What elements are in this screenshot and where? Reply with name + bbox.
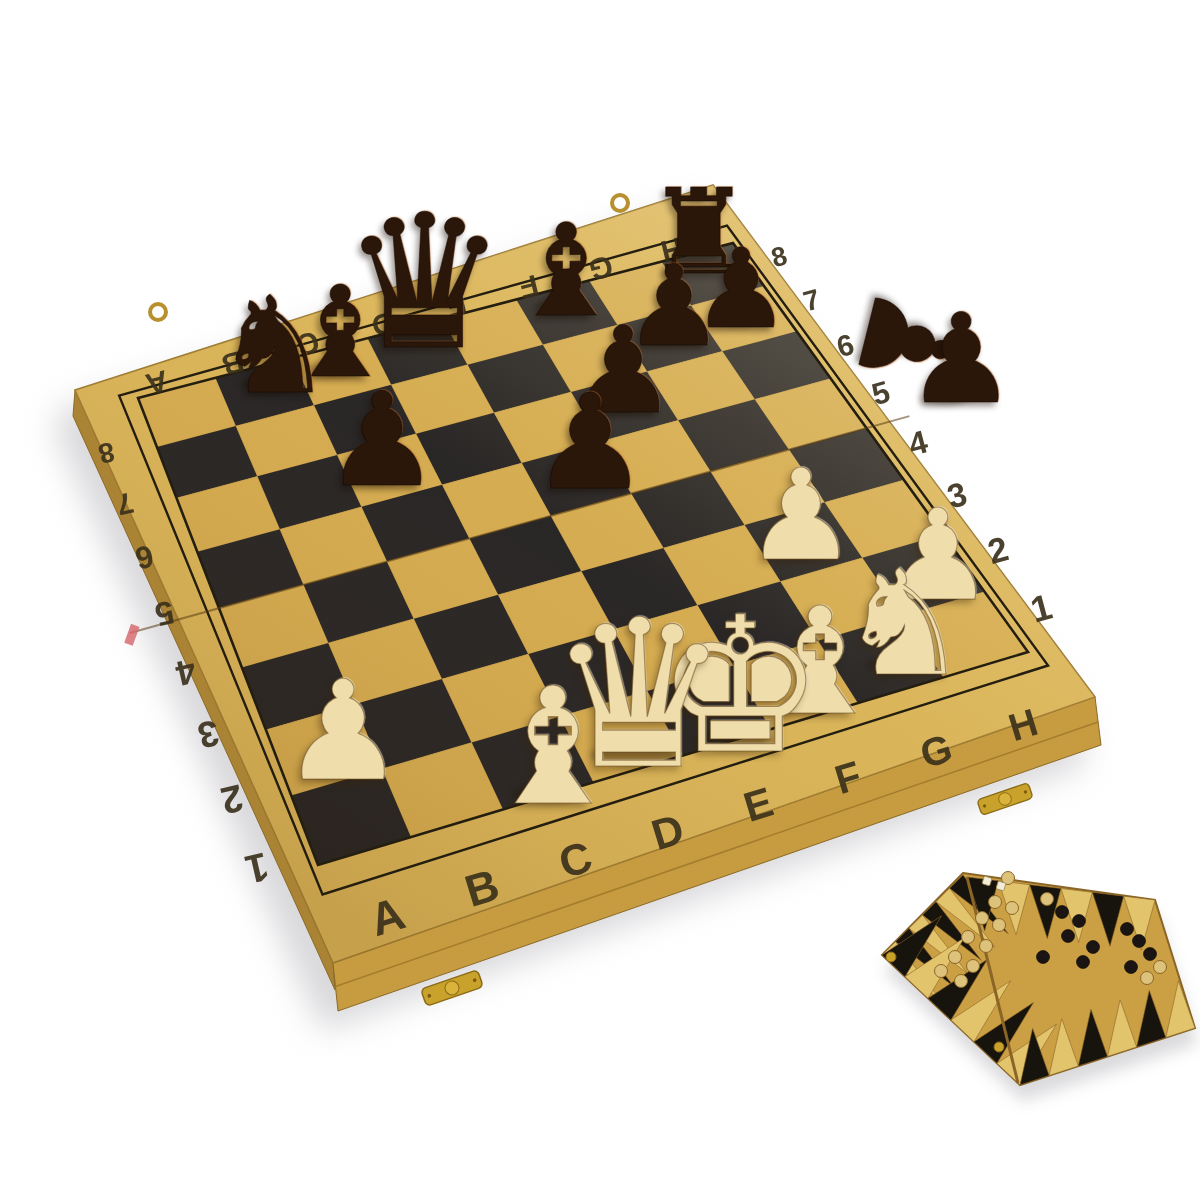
inset-checker-dark-10 [1037,951,1050,964]
inset-checker-light-10 [955,975,968,988]
piece-black-pawn-offboard-2[interactable]: ♟ [905,297,1016,421]
inset-checker-light-3 [1006,902,1019,915]
inset-checker-light-11 [935,965,948,978]
inset-checker-dark-4 [1087,941,1100,954]
inset-checker-light-13 [1154,961,1167,974]
piece-white-bishop-c1[interactable]: ♝ [480,666,625,828]
inset-checker-light-6 [962,931,975,944]
inset-hinge-1 [886,952,896,962]
piece-black-knight-b8[interactable]: ♞ [214,279,334,413]
inset-checker-dark-7 [1133,935,1146,948]
inset-checker-dark-1 [1056,906,1069,919]
inset-checker-dark-6 [1121,923,1134,936]
inset-checker-light-8 [949,951,962,964]
inset-checker-light-12 [1041,893,1054,906]
inset-checker-light-14 [1141,972,1154,985]
piece-white-pawn-a2[interactable]: ♟ [281,663,405,801]
inset-hinge-2 [994,1042,1004,1052]
seam-red-mark [124,624,139,646]
inset-checker-dark-9 [1125,961,1138,974]
inset-checker-dark-8 [1144,948,1157,961]
inset-checker-light-9 [967,960,980,973]
inset-checker-dark-2 [1073,915,1086,928]
inset-checker-light-4 [976,912,989,925]
inset-checker-light-2 [989,896,1002,909]
inset-checker-light-7 [980,940,993,953]
backgammon-inset [882,872,1197,1102]
inset-checker-dark-5 [1077,956,1090,969]
inset-checker-light-5 [993,919,1006,932]
brass-loop-1 [150,304,166,320]
inset-checker-dark-3 [1062,930,1075,943]
product-photo: ABCDEFGHABCDEFGH8765432187654321 ♜♝♟♛♟♟♟… [0,0,1200,1200]
piece-black-pawn-c6[interactable]: ♟ [324,375,441,505]
piece-black-pawn-e5[interactable]: ♟ [531,376,649,508]
